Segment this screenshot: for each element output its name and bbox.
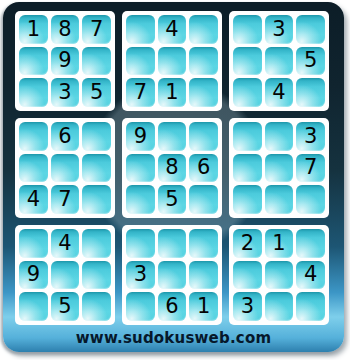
cell-r8c9[interactable]: 4 — [296, 261, 325, 290]
cell-r6c4[interactable] — [126, 185, 155, 214]
cell-r6c9[interactable] — [296, 185, 325, 214]
box-7: 495 — [15, 225, 115, 325]
cell-r1c7[interactable] — [233, 15, 262, 44]
cell-r9c4[interactable] — [126, 292, 155, 321]
cell-r2c1[interactable] — [19, 47, 48, 76]
cell-r4c5[interactable] — [158, 122, 187, 151]
cell-r8c8[interactable] — [265, 261, 294, 290]
cell-r8c6[interactable] — [189, 261, 218, 290]
cell-r5c2[interactable] — [51, 154, 80, 183]
cell-r5c3[interactable] — [82, 154, 111, 183]
cell-r7c4[interactable] — [126, 229, 155, 258]
cell-r9c1[interactable] — [19, 292, 48, 321]
cell-r7c2[interactable]: 4 — [51, 229, 80, 258]
box-5: 9865 — [122, 118, 222, 218]
cell-r1c1[interactable]: 1 — [19, 15, 48, 44]
cell-r3c4[interactable]: 7 — [126, 78, 155, 107]
box-3: 354 — [229, 11, 329, 111]
cell-r3c8[interactable]: 4 — [265, 78, 294, 107]
box-6: 37 — [229, 118, 329, 218]
cell-r6c3[interactable] — [82, 185, 111, 214]
cell-r1c6[interactable] — [189, 15, 218, 44]
cell-r2c2[interactable]: 9 — [51, 47, 80, 76]
cell-r7c3[interactable] — [82, 229, 111, 258]
cell-r4c9[interactable]: 3 — [296, 122, 325, 151]
cell-r6c2[interactable]: 7 — [51, 185, 80, 214]
cell-r2c6[interactable] — [189, 47, 218, 76]
cell-r1c3[interactable]: 7 — [82, 15, 111, 44]
cell-r5c1[interactable] — [19, 154, 48, 183]
cell-r7c1[interactable] — [19, 229, 48, 258]
cell-r3c2[interactable]: 3 — [51, 78, 80, 107]
site-url[interactable]: www.sudokusweb.com — [3, 329, 344, 347]
cell-r7c5[interactable] — [158, 229, 187, 258]
board-frame: 1879354713546479865374953612143 www.sudo… — [3, 2, 344, 352]
cell-r1c2[interactable]: 8 — [51, 15, 80, 44]
cell-r7c6[interactable] — [189, 229, 218, 258]
cell-r9c6[interactable]: 1 — [189, 292, 218, 321]
box-1: 187935 — [15, 11, 115, 111]
cell-r3c1[interactable] — [19, 78, 48, 107]
cell-r4c3[interactable] — [82, 122, 111, 151]
cell-r7c7[interactable]: 2 — [233, 229, 262, 258]
box-9: 2143 — [229, 225, 329, 325]
cell-r2c7[interactable] — [233, 47, 262, 76]
cell-r9c3[interactable] — [82, 292, 111, 321]
cell-r9c9[interactable] — [296, 292, 325, 321]
cell-r4c8[interactable] — [265, 122, 294, 151]
cell-r1c5[interactable]: 4 — [158, 15, 187, 44]
cell-r2c9[interactable]: 5 — [296, 47, 325, 76]
sudoku-board: 1879354713546479865374953612143 — [15, 11, 329, 325]
cell-r6c1[interactable]: 4 — [19, 185, 48, 214]
cell-r8c5[interactable] — [158, 261, 187, 290]
cell-r4c4[interactable]: 9 — [126, 122, 155, 151]
cell-r4c6[interactable] — [189, 122, 218, 151]
box-8: 361 — [122, 225, 222, 325]
cell-r4c1[interactable] — [19, 122, 48, 151]
cell-r2c3[interactable] — [82, 47, 111, 76]
cell-r8c2[interactable] — [51, 261, 80, 290]
cell-r1c9[interactable] — [296, 15, 325, 44]
cell-r9c7[interactable]: 3 — [233, 292, 262, 321]
cell-r8c1[interactable]: 9 — [19, 261, 48, 290]
cell-r1c8[interactable]: 3 — [265, 15, 294, 44]
cell-r3c6[interactable] — [189, 78, 218, 107]
cell-r9c5[interactable]: 6 — [158, 292, 187, 321]
cell-r3c9[interactable] — [296, 78, 325, 107]
cell-r9c8[interactable] — [265, 292, 294, 321]
cell-r6c6[interactable] — [189, 185, 218, 214]
cell-r5c8[interactable] — [265, 154, 294, 183]
box-4: 647 — [15, 118, 115, 218]
box-2: 471 — [122, 11, 222, 111]
cell-r3c7[interactable] — [233, 78, 262, 107]
cell-r5c9[interactable]: 7 — [296, 154, 325, 183]
cell-r2c5[interactable] — [158, 47, 187, 76]
cell-r7c8[interactable]: 1 — [265, 229, 294, 258]
cell-r7c9[interactable] — [296, 229, 325, 258]
cell-r8c3[interactable] — [82, 261, 111, 290]
cell-r8c7[interactable] — [233, 261, 262, 290]
sudoku-widget: 1879354713546479865374953612143 www.sudo… — [0, 0, 350, 360]
cell-r1c4[interactable] — [126, 15, 155, 44]
cell-r2c8[interactable] — [265, 47, 294, 76]
cell-r4c2[interactable]: 6 — [51, 122, 80, 151]
cell-r3c5[interactable]: 1 — [158, 78, 187, 107]
cell-r8c4[interactable]: 3 — [126, 261, 155, 290]
cell-r6c8[interactable] — [265, 185, 294, 214]
cell-r2c4[interactable] — [126, 47, 155, 76]
cell-r9c2[interactable]: 5 — [51, 292, 80, 321]
cell-r3c3[interactable]: 5 — [82, 78, 111, 107]
cell-r6c7[interactable] — [233, 185, 262, 214]
cell-r5c6[interactable]: 6 — [189, 154, 218, 183]
cell-r5c4[interactable] — [126, 154, 155, 183]
cell-r6c5[interactable]: 5 — [158, 185, 187, 214]
cell-r5c7[interactable] — [233, 154, 262, 183]
cell-r4c7[interactable] — [233, 122, 262, 151]
cell-r5c5[interactable]: 8 — [158, 154, 187, 183]
